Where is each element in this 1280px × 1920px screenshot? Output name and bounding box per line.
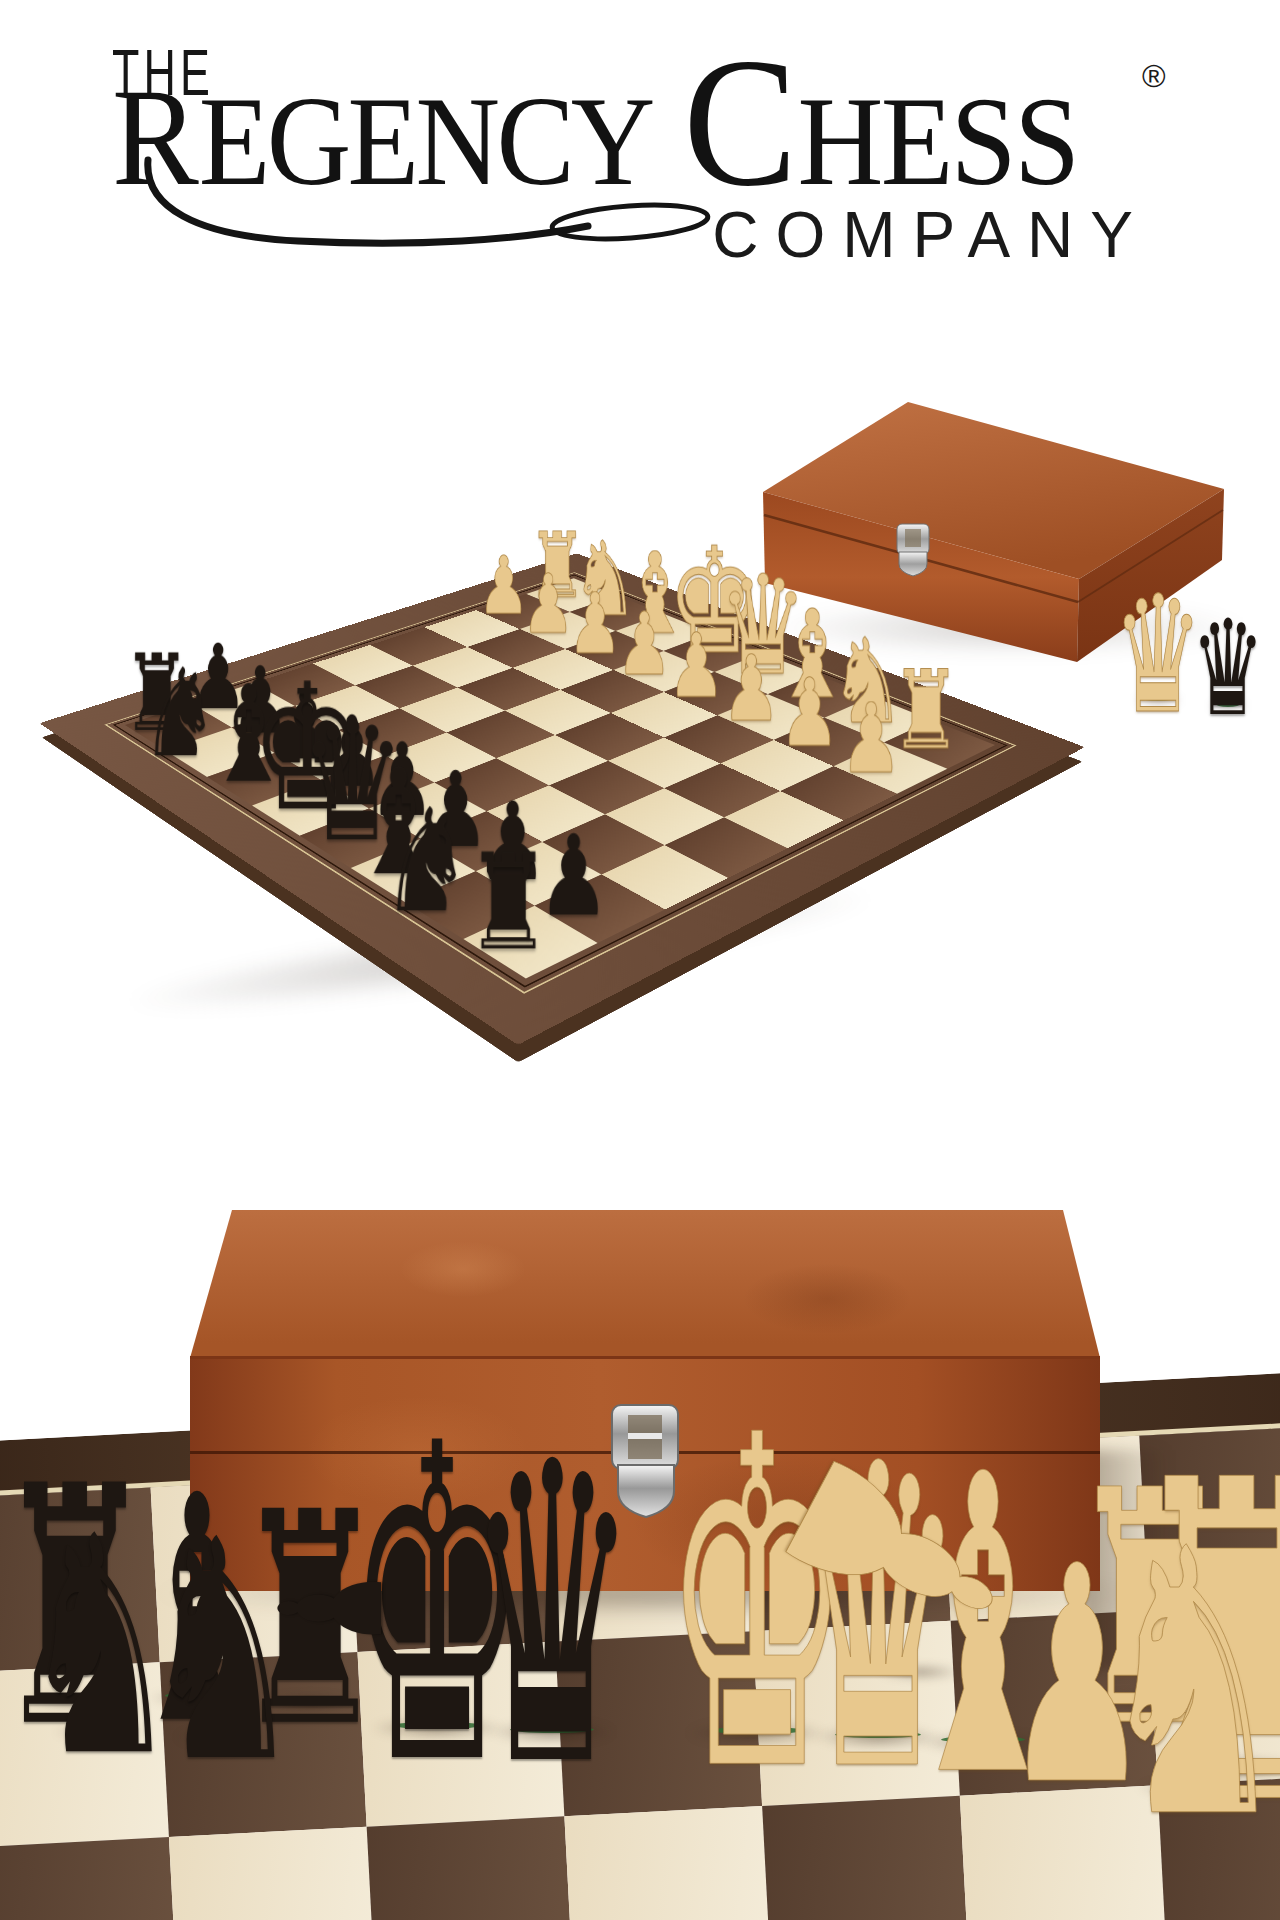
- board-square: [0, 1837, 178, 1920]
- box-clasp-icon: [897, 524, 929, 576]
- chess-piece-black: ♞: [406, 804, 473, 918]
- logo-swash-flourish: [118, 152, 738, 262]
- chess-piece-white: ♟: [722, 653, 777, 726]
- chess-piece-black-queen: ♛: [1191, 603, 1264, 735]
- chess-board-grid: ♜♞♝♚♛♝♞♜♟♟♟♟♟♟♟♟♟♟♟♟♟♟♟♟♜♞♝♚♛♝♞♜: [125, 578, 995, 978]
- chess-piece-white: ♟: [522, 572, 571, 637]
- chess-piece-white: ♟: [840, 701, 898, 778]
- chess-piece-black-knight: ♞: [140, 1500, 304, 1804]
- chess-piece-white: ♟: [616, 610, 668, 679]
- brand-chess-rest: HESS: [797, 70, 1077, 212]
- chess-piece-white: ♟: [568, 591, 619, 658]
- chess-piece-black-queen: ♛: [467, 1409, 638, 1823]
- board-square: [169, 1827, 376, 1920]
- chess-piece-black: ♜: [465, 850, 534, 956]
- registered-trademark-icon: ®: [1142, 58, 1166, 95]
- chess-piece-white: ♟: [668, 631, 721, 702]
- chess-piece-white: ♟: [478, 554, 526, 618]
- chess-piece-white: ♟: [779, 676, 835, 751]
- chess-piece-white-queen: ♛: [1113, 574, 1203, 736]
- chess-piece-black-pawn-fallen: ♟: [261, 1569, 403, 1648]
- chess-piece-white-knight: ♞: [1094, 1502, 1280, 1869]
- brand-company: COMPANY: [712, 198, 1150, 272]
- chess-box-lid-top: [190, 1210, 1100, 1358]
- page: { "brand": { "the": "THE", "regency_init…: [0, 0, 1280, 1920]
- board-square: [505, 690, 611, 735]
